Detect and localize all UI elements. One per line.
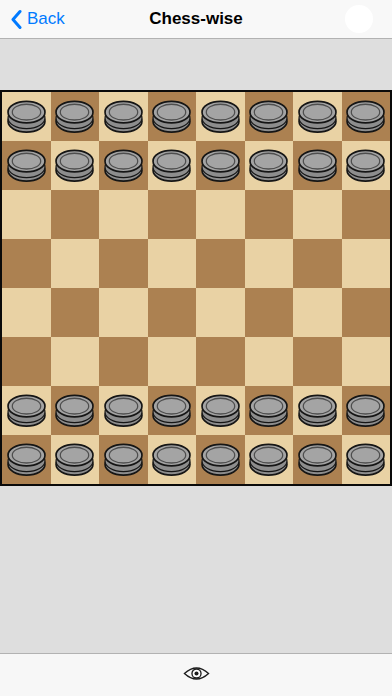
square-b6[interactable] — [51, 190, 100, 239]
square-a4[interactable] — [2, 288, 51, 337]
square-e4[interactable] — [196, 288, 245, 337]
checker-piece-glyph — [248, 99, 289, 134]
checker-piece[interactable] — [200, 393, 241, 428]
square-g7[interactable] — [293, 141, 342, 190]
checker-piece[interactable] — [103, 442, 144, 477]
square-d8[interactable] — [148, 92, 197, 141]
checker-piece[interactable] — [103, 393, 144, 428]
square-b7[interactable] — [51, 141, 100, 190]
square-h2[interactable] — [342, 386, 391, 435]
checker-piece-glyph — [6, 148, 47, 183]
checkers-board — [0, 90, 392, 486]
checker-piece[interactable] — [248, 99, 289, 134]
checker-piece[interactable] — [345, 148, 386, 183]
square-b3[interactable] — [51, 337, 100, 386]
square-h5[interactable] — [342, 239, 391, 288]
checker-piece[interactable] — [200, 148, 241, 183]
square-d1[interactable] — [148, 435, 197, 484]
checker-piece-glyph — [200, 99, 241, 134]
square-d5[interactable] — [148, 239, 197, 288]
checker-piece-glyph — [200, 393, 241, 428]
checker-piece[interactable] — [6, 148, 47, 183]
square-a6[interactable] — [2, 190, 51, 239]
checker-piece-glyph — [6, 442, 47, 477]
square-g3[interactable] — [293, 337, 342, 386]
checker-piece-glyph — [6, 393, 47, 428]
square-f7[interactable] — [245, 141, 294, 190]
checker-piece[interactable] — [6, 393, 47, 428]
square-d6[interactable] — [148, 190, 197, 239]
square-c1[interactable] — [99, 435, 148, 484]
checker-piece-glyph — [345, 99, 386, 134]
checker-piece[interactable] — [6, 99, 47, 134]
checker-piece-glyph — [151, 393, 192, 428]
checker-piece-glyph — [103, 99, 144, 134]
checker-piece[interactable] — [103, 99, 144, 134]
checker-piece[interactable] — [248, 442, 289, 477]
checker-piece[interactable] — [345, 99, 386, 134]
square-f2[interactable] — [245, 386, 294, 435]
square-b4[interactable] — [51, 288, 100, 337]
eye-button[interactable] — [169, 659, 224, 692]
checker-piece-glyph — [54, 148, 95, 183]
checker-piece-glyph — [103, 148, 144, 183]
square-h7[interactable] — [342, 141, 391, 190]
square-g4[interactable] — [293, 288, 342, 337]
checker-piece-glyph — [248, 442, 289, 477]
square-h8[interactable] — [342, 92, 391, 141]
checker-piece[interactable] — [248, 393, 289, 428]
square-h3[interactable] — [342, 337, 391, 386]
checker-piece-glyph — [345, 148, 386, 183]
square-d4[interactable] — [148, 288, 197, 337]
checker-piece[interactable] — [345, 442, 386, 477]
checker-piece-glyph — [297, 148, 338, 183]
square-f8[interactable] — [245, 92, 294, 141]
checker-piece[interactable] — [54, 442, 95, 477]
checker-piece-glyph — [297, 99, 338, 134]
square-c5[interactable] — [99, 239, 148, 288]
checker-piece[interactable] — [297, 393, 338, 428]
background-upper — [0, 39, 392, 90]
square-h6[interactable] — [342, 190, 391, 239]
checker-piece[interactable] — [151, 148, 192, 183]
square-d7[interactable] — [148, 141, 197, 190]
square-e5[interactable] — [196, 239, 245, 288]
checker-piece[interactable] — [103, 148, 144, 183]
square-b8[interactable] — [51, 92, 100, 141]
checker-piece[interactable] — [345, 393, 386, 428]
square-f1[interactable] — [245, 435, 294, 484]
checker-piece[interactable] — [297, 99, 338, 134]
checker-piece-glyph — [200, 442, 241, 477]
bottom-toolbar — [0, 653, 392, 696]
checker-piece-glyph — [6, 99, 47, 134]
checker-piece-glyph — [297, 393, 338, 428]
square-a7[interactable] — [2, 141, 51, 190]
square-e7[interactable] — [196, 141, 245, 190]
square-b2[interactable] — [51, 386, 100, 435]
square-c7[interactable] — [99, 141, 148, 190]
back-button-label: Back — [27, 9, 65, 29]
checker-piece[interactable] — [297, 148, 338, 183]
square-g2[interactable] — [293, 386, 342, 435]
checker-piece-glyph — [151, 148, 192, 183]
square-g8[interactable] — [293, 92, 342, 141]
checker-piece-glyph — [345, 393, 386, 428]
checker-piece-glyph — [103, 393, 144, 428]
checker-piece-glyph — [54, 393, 95, 428]
square-a2[interactable] — [2, 386, 51, 435]
back-chevron-icon — [10, 9, 22, 30]
checker-piece[interactable] — [54, 148, 95, 183]
checker-piece-glyph — [297, 442, 338, 477]
checker-piece-glyph — [151, 442, 192, 477]
navigation-bar: Back Chess-wise — [0, 0, 392, 39]
back-button[interactable]: Back — [0, 9, 65, 30]
checker-piece[interactable] — [151, 393, 192, 428]
checker-piece[interactable] — [151, 442, 192, 477]
checker-piece[interactable] — [151, 99, 192, 134]
square-a8[interactable] — [2, 92, 51, 141]
square-c3[interactable] — [99, 337, 148, 386]
square-a5[interactable] — [2, 239, 51, 288]
square-g1[interactable] — [293, 435, 342, 484]
app-screen: Back Chess-wise — [0, 0, 392, 696]
checker-piece-glyph — [54, 442, 95, 477]
checker-piece[interactable] — [54, 393, 95, 428]
square-e2[interactable] — [196, 386, 245, 435]
checker-piece-glyph — [345, 442, 386, 477]
square-e8[interactable] — [196, 92, 245, 141]
checker-piece[interactable] — [200, 442, 241, 477]
checker-piece-glyph — [248, 393, 289, 428]
square-c4[interactable] — [99, 288, 148, 337]
checker-piece-glyph — [54, 99, 95, 134]
square-d3[interactable] — [148, 337, 197, 386]
checker-piece[interactable] — [297, 442, 338, 477]
square-h4[interactable] — [342, 288, 391, 337]
checker-piece-glyph — [151, 99, 192, 134]
square-b1[interactable] — [51, 435, 100, 484]
checker-piece-glyph — [200, 148, 241, 183]
square-e3[interactable] — [196, 337, 245, 386]
square-f5[interactable] — [245, 239, 294, 288]
square-g6[interactable] — [293, 190, 342, 239]
checker-piece-glyph — [248, 148, 289, 183]
square-f6[interactable] — [245, 190, 294, 239]
square-d2[interactable] — [148, 386, 197, 435]
checker-piece[interactable] — [6, 442, 47, 477]
square-e1[interactable] — [196, 435, 245, 484]
square-e6[interactable] — [196, 190, 245, 239]
checker-piece[interactable] — [248, 148, 289, 183]
square-c6[interactable] — [99, 190, 148, 239]
turn-indicator-white-circle — [345, 5, 373, 33]
square-b5[interactable] — [51, 239, 100, 288]
eye-icon — [183, 665, 210, 686]
background-lower — [0, 486, 392, 653]
square-f4[interactable] — [245, 288, 294, 337]
checker-piece[interactable] — [200, 99, 241, 134]
square-f3[interactable] — [245, 337, 294, 386]
checker-piece-glyph — [103, 442, 144, 477]
square-c2[interactable] — [99, 386, 148, 435]
square-c8[interactable] — [99, 92, 148, 141]
square-g5[interactable] — [293, 239, 342, 288]
square-a1[interactable] — [2, 435, 51, 484]
square-a3[interactable] — [2, 337, 51, 386]
checker-piece[interactable] — [54, 99, 95, 134]
square-h1[interactable] — [342, 435, 391, 484]
